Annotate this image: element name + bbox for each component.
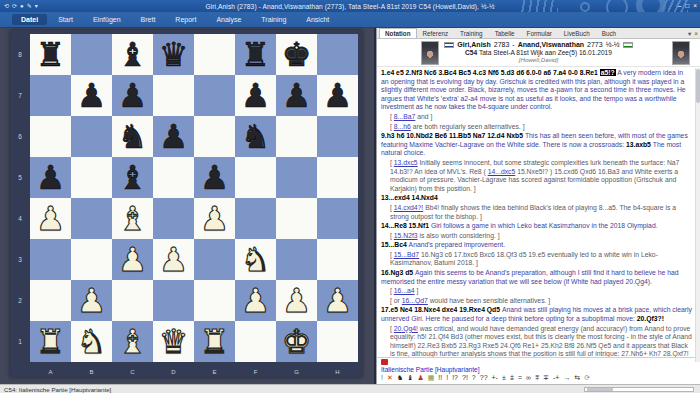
- mainline-moves[interactable]: 13...exd4 14.Nxd4: [381, 194, 438, 201]
- white-pawn-h2[interactable]: ♟: [317, 280, 358, 321]
- square-b4[interactable]: [71, 198, 112, 239]
- annotation-symbol-13[interactable]: ±: [502, 374, 506, 382]
- square-f2[interactable]: ♟: [235, 280, 276, 321]
- square-c4[interactable]: ♝: [112, 198, 153, 239]
- square-d7[interactable]: [153, 75, 194, 116]
- square-b3[interactable]: [71, 239, 112, 280]
- square-d8[interactable]: ♛: [153, 34, 194, 75]
- file-label-c: C: [112, 369, 153, 375]
- square-b5[interactable]: [71, 157, 112, 198]
- square-d3[interactable]: ♟: [153, 239, 194, 280]
- white-pawn-e4[interactable]: ♟: [194, 198, 235, 239]
- quick-access-icon-3[interactable]: ✎: [27, 1, 32, 11]
- square-a7[interactable]: [30, 75, 71, 116]
- white-queen-d1[interactable]: ♛: [153, 321, 194, 362]
- mainline-paragraph: 1.e4 e5 2.Nf3 Nc6 3.Bc4 Bc5 4.c3 Nf6 5.d…: [381, 69, 692, 112]
- minimize-button[interactable]: –: [678, 1, 682, 11]
- annotation-symbol-1[interactable]: ✕: [387, 374, 393, 382]
- square-d1[interactable]: ♛: [153, 321, 194, 362]
- white-pawn-g2[interactable]: ♟: [276, 280, 317, 321]
- square-c7[interactable]: ♟: [112, 75, 153, 116]
- square-e7[interactable]: [194, 75, 235, 116]
- square-f7[interactable]: ♟: [235, 75, 276, 116]
- annotation-symbol-11[interactable]: ??: [480, 374, 488, 382]
- tab-buch[interactable]: Buch: [596, 28, 622, 38]
- white-pawn-a4[interactable]: ♟: [30, 198, 71, 239]
- tab-formular[interactable]: Formular: [521, 28, 558, 38]
- square-h4[interactable]: [317, 198, 358, 239]
- variation-move-link[interactable]: 16...a4: [394, 287, 415, 294]
- variation-move-link[interactable]: 15.N2f3: [394, 232, 418, 239]
- variation-move-link[interactable]: 16...Qd7: [402, 297, 428, 304]
- file-label-e: E: [194, 369, 235, 375]
- square-b7[interactable]: ♟: [71, 75, 112, 116]
- white-pawn-f2[interactable]: ♟: [235, 280, 276, 321]
- black-knight-c6[interactable]: ♞: [112, 116, 153, 157]
- square-e2[interactable]: [194, 280, 235, 321]
- mainline-moves[interactable]: 14...Re8 15.Nf1: [381, 222, 431, 229]
- notation-tab-row: NotationReferenzTrainingTabelleFormularL…: [377, 28, 700, 39]
- players-separator: -: [512, 41, 514, 48]
- square-g7[interactable]: ♟: [276, 75, 317, 116]
- variation-move-link[interactable]: 14...dxc5: [488, 168, 516, 175]
- annotation-symbol-toolbar: !✕♞♝♟▦!!!!??!???+-±⩲=∞⩱∓-+→⇆⟳: [381, 374, 697, 382]
- rank-label-8: 8: [10, 34, 30, 75]
- horizontal-scrollbar-thumb[interactable]: [587, 388, 613, 391]
- menu-item-brett[interactable]: Brett: [132, 14, 165, 25]
- rank-label-4: 4: [10, 198, 30, 239]
- annotation-symbol-21[interactable]: ⇆: [574, 374, 580, 382]
- menu-item-training[interactable]: Training: [252, 14, 295, 25]
- black-rook-f8[interactable]: ♜: [235, 34, 276, 75]
- tab-livebuch[interactable]: LiveBuch: [558, 28, 596, 38]
- variation-move-link[interactable]: 8...h6: [394, 123, 411, 130]
- titlebar-artwork: [510, 0, 680, 12]
- quick-access-icon-1[interactable]: ⟳: [12, 1, 17, 11]
- eco-code: C54: [465, 49, 477, 56]
- file-label-d: D: [153, 369, 194, 375]
- quick-access-toolbar: ⟲⟳●✎▾: [4, 1, 38, 11]
- commentary-text: Anand's prepared improvement.: [409, 241, 506, 248]
- white-rook-e1[interactable]: ♜: [194, 321, 235, 362]
- annotation-symbol-5[interactable]: ▦: [428, 374, 435, 382]
- square-c5[interactable]: ♝: [112, 157, 153, 198]
- notation-footer: Italienische Partie [Hauptvariante] !✕♞♝…: [377, 357, 700, 384]
- square-f3[interactable]: ♞: [235, 239, 276, 280]
- square-f8[interactable]: ♜: [235, 34, 276, 75]
- annotation-symbol-6[interactable]: !!: [438, 374, 442, 382]
- square-a8[interactable]: ♜: [30, 34, 71, 75]
- scrollbar-thumb[interactable]: [696, 69, 700, 103]
- india-flag-icon: [623, 42, 633, 48]
- square-e3[interactable]: [194, 239, 235, 280]
- notation-pane: NotationReferenzTrainingTabelleFormularL…: [376, 28, 700, 384]
- white-king-g1[interactable]: ♚: [276, 321, 317, 362]
- black-pawn-g7[interactable]: ♟: [276, 75, 317, 116]
- window-controls: –□×: [678, 1, 697, 11]
- black-player-name: Anand,Viswanathan: [518, 41, 584, 48]
- white-bishop-c4[interactable]: ♝: [112, 198, 153, 239]
- square-f5[interactable]: [235, 157, 276, 198]
- variation-move-link[interactable]: 15...Bd7: [394, 251, 419, 258]
- black-pawn-h7[interactable]: ♟: [317, 75, 358, 116]
- title-bar: ⟲⟳●✎▾ Giri,Anish (2783) - Anand,Viswanat…: [0, 0, 700, 12]
- variation-line: [ 16...a4 ]: [381, 287, 692, 296]
- game-result: ½-½: [606, 41, 620, 48]
- mainline-paragraph: 13...exd4 14.Nxd4: [381, 194, 692, 203]
- square-b6[interactable]: [71, 116, 112, 157]
- status-bar: C54: Italienische Partie [Hauptvariante]: [0, 384, 700, 393]
- menu-item-start[interactable]: Start: [49, 14, 82, 25]
- square-e1[interactable]: ♜: [194, 321, 235, 362]
- application-window: ⟲⟳●✎▾ Giri,Anish (2783) - Anand,Viswanat…: [0, 0, 700, 393]
- mainline-moves[interactable]: 13.axb5: [626, 141, 653, 148]
- annotation-symbol-22[interactable]: ⟳: [584, 374, 590, 382]
- file-labels: ABCDEFGH: [30, 369, 358, 375]
- square-c8[interactable]: ♝: [112, 34, 153, 75]
- square-f4[interactable]: [235, 198, 276, 239]
- white-pawn-b2[interactable]: ♟: [71, 280, 112, 321]
- commentary-text: Again this seems to be Anand's preparati…: [381, 269, 679, 285]
- white-player-name: Giri,Anish: [457, 41, 490, 48]
- square-h6[interactable]: [317, 116, 358, 157]
- black-bishop-c5[interactable]: ♝: [112, 157, 153, 198]
- square-a2[interactable]: [30, 280, 71, 321]
- square-a1[interactable]: ♜: [30, 321, 71, 362]
- square-h5[interactable]: [317, 157, 358, 198]
- mainline-paragraph: 14...Re8 15.Nf1 Giri follows a game in w…: [381, 222, 692, 231]
- commentary-text: Giri follows a game in which Leko beat K…: [431, 222, 658, 229]
- white-rook-a1[interactable]: ♜: [30, 321, 71, 362]
- square-h1[interactable]: [317, 321, 358, 362]
- square-g2[interactable]: ♟: [276, 280, 317, 321]
- chess-board: 87654321 ♜♝♛♜♚♟♟♟♟♟♞♟♞♟♝♟♟♝♟♟♟♞♟♟♟♟♜♞♝♛♜…: [10, 30, 362, 377]
- variation-text: is also worth considering. ]: [418, 232, 500, 239]
- variation-text: [ or: [390, 297, 402, 304]
- file-label-f: F: [235, 369, 276, 375]
- maximize-button[interactable]: □: [685, 1, 689, 11]
- square-a3[interactable]: [30, 239, 71, 280]
- square-c2[interactable]: [112, 280, 153, 321]
- quick-access-icon-0[interactable]: ⟲: [4, 1, 9, 11]
- variation-line: [ 8...Ba7 and ]: [381, 113, 692, 122]
- square-g3[interactable]: [276, 239, 317, 280]
- main-area: 87654321 ♜♝♛♜♚♟♟♟♟♟♞♟♞♟♝♟♟♝♟♟♟♞♟♟♟♟♜♞♝♛♜…: [0, 28, 700, 384]
- square-a5[interactable]: ♟: [30, 157, 71, 198]
- opening-book-icon: [381, 359, 388, 365]
- file-label-a: A: [30, 369, 71, 375]
- square-d4[interactable]: [153, 198, 194, 239]
- pane-controls: ▾×: [688, 29, 698, 38]
- square-h2[interactable]: ♟: [317, 280, 358, 321]
- mainline-moves[interactable]: 9.h3 h6 10.Nbd2 Be6 11.Bb5 Na7 12.d4 Nxb…: [381, 132, 525, 139]
- rank-labels: 87654321: [10, 34, 30, 362]
- menu-item-report[interactable]: Report: [166, 14, 205, 25]
- square-b1[interactable]: ♞: [71, 321, 112, 362]
- menu-item-analyse[interactable]: Analyse: [207, 14, 250, 25]
- annotation-symbol-12[interactable]: +-: [492, 374, 498, 382]
- board-pane: 87654321 ♜♝♛♜♚♟♟♟♟♟♞♟♞♟♝♟♟♝♟♟♟♞♟♟♟♟♜♞♝♛♜…: [0, 28, 374, 384]
- annotation-symbol-8[interactable]: !?: [452, 374, 458, 382]
- square-h7[interactable]: ♟: [317, 75, 358, 116]
- annotation-symbol-3[interactable]: ♝: [407, 374, 413, 382]
- tab-tabelle[interactable]: Tabelle: [489, 28, 521, 38]
- variation-text: was critical, and would have demanded gr…: [390, 325, 692, 357]
- white-knight-b1[interactable]: ♞: [71, 321, 112, 362]
- rank-label-6: 6: [10, 116, 30, 157]
- file-label-g: G: [276, 369, 317, 375]
- white-pawn-d3[interactable]: ♟: [153, 239, 194, 280]
- mainline-moves[interactable]: 17.e5 Ne4 18.Nxe4 dxe4 19.Rxe4 Qd5: [381, 306, 502, 313]
- annotation-symbol-19[interactable]: -+: [553, 374, 559, 382]
- square-e5[interactable]: ♟: [194, 157, 235, 198]
- variation-line: [ 15...Bd7 16.Ng3 c6 17.bxc6 Bxc6 18.Qf3…: [381, 251, 692, 268]
- square-d6[interactable]: ♟: [153, 116, 194, 157]
- mainline-moves[interactable]: 1.e4 e5 2.Nf3 Nc6 3.Bc4 Bc5 4.c3 Nf6 5.d…: [381, 69, 600, 76]
- variation-text: 16.Ng3 c6 17.bxc6 Bxc6 18.Qf3 d5 19.e5 e…: [390, 251, 658, 267]
- menu-item-datei[interactable]: Datei: [12, 14, 47, 25]
- mainline-moves[interactable]: 20.Qf3?!: [637, 315, 664, 322]
- current-move[interactable]: a5!?: [600, 69, 616, 76]
- annotation-symbol-20[interactable]: →: [563, 374, 570, 382]
- black-rook-a8[interactable]: ♜: [30, 34, 71, 75]
- black-queen-d8[interactable]: ♛: [153, 34, 194, 75]
- black-pawn-e5[interactable]: ♟: [194, 157, 235, 198]
- annotation-symbol-10[interactable]: ?: [472, 374, 476, 382]
- square-b8[interactable]: [71, 34, 112, 75]
- black-pawn-c7[interactable]: ♟: [112, 75, 153, 116]
- game-header: Giri,Anish 2783 - Anand,Viswanathan 2773…: [377, 39, 700, 67]
- netherlands-flag-icon: [444, 42, 454, 48]
- variation-line: [ 20.Qg4! was critical, and would have d…: [381, 325, 692, 357]
- annotation-symbol-2[interactable]: ♞: [397, 374, 403, 382]
- menu-item-einfügen[interactable]: Einfügen: [84, 14, 130, 25]
- tab-referenz[interactable]: Referenz: [417, 28, 455, 38]
- variation-line: [ or 16...Qd7 would have been sensible a…: [381, 297, 692, 306]
- variation-text: and ]: [415, 113, 432, 120]
- board-grid: ♜♝♛♜♚♟♟♟♟♟♞♟♞♟♝♟♟♝♟♟♟♞♟♟♟♟♜♞♝♛♜♚: [30, 34, 358, 362]
- variation-line: [ 13.dxc5 Initially seems innocent, but …: [381, 159, 692, 193]
- variation-line: [ 15.N2f3 is also worth considering. ]: [381, 232, 692, 241]
- white-bishop-c1[interactable]: ♝: [112, 321, 153, 362]
- rank-label-1: 1: [10, 321, 30, 362]
- tab-training[interactable]: Training: [454, 28, 489, 38]
- mainline-paragraph: 17.e5 Ne4 18.Nxe4 dxe4 19.Rxe4 Qd5 Anand…: [381, 306, 692, 323]
- square-d5[interactable]: [153, 157, 194, 198]
- annotation-symbol-4[interactable]: ♟: [417, 374, 423, 382]
- notation-body: 1.e4 e5 2.Nf3 Nc6 3.Bc4 Bc5 4.c3 Nf6 5.d…: [377, 67, 700, 357]
- black-pawn-b7[interactable]: ♟: [71, 75, 112, 116]
- variation-text: would have been sensible alternatives. ]: [428, 297, 550, 304]
- white-knight-f3[interactable]: ♞: [235, 239, 276, 280]
- black-elo: 2773: [587, 41, 603, 48]
- mainline-paragraph: 15...Bc4 Anand's prepared improvement.: [381, 241, 692, 250]
- square-c3[interactable]: ♟: [112, 239, 153, 280]
- white-pawn-c3[interactable]: ♟: [112, 239, 153, 280]
- annotation-symbol-17[interactable]: ⩱: [535, 374, 539, 382]
- square-f1[interactable]: [235, 321, 276, 362]
- square-g6[interactable]: [276, 116, 317, 157]
- close-button[interactable]: ×: [693, 1, 697, 11]
- notation-vertical-scrollbar[interactable]: [695, 68, 700, 362]
- file-label-h: H: [317, 369, 358, 375]
- variation-line: [ 14.cxd4?! Bb4! finally shows the idea …: [381, 204, 692, 221]
- horizontal-scrollbar[interactable]: [584, 387, 694, 392]
- annotation-symbol-0[interactable]: !: [381, 374, 383, 382]
- variation-move-link[interactable]: 20.Qg4!: [394, 325, 418, 332]
- variation-text: Bb4! finally shows the idea behind Black…: [390, 204, 676, 220]
- pane-dropdown-icon[interactable]: ▾: [688, 29, 691, 38]
- menu-item-ansicht[interactable]: Ansicht: [297, 14, 338, 25]
- annotation-symbol-9[interactable]: ?!: [462, 374, 468, 382]
- annotation-symbol-7[interactable]: !: [446, 374, 448, 382]
- variation-move-link[interactable]: 14.cxd4?!: [394, 204, 423, 211]
- black-player-photo: [672, 41, 690, 65]
- rank-label-7: 7: [10, 75, 30, 116]
- square-h3[interactable]: [317, 239, 358, 280]
- square-h8[interactable]: [317, 34, 358, 75]
- white-elo: 2783: [494, 41, 510, 48]
- square-c6[interactable]: ♞: [112, 116, 153, 157]
- annotation-symbol-16[interactable]: ∞: [526, 374, 531, 382]
- rank-label-5: 5: [10, 157, 30, 198]
- event-name: Tata Steel-A 81st Wijk aan Zee(5): [479, 49, 577, 56]
- black-knight-f6[interactable]: ♞: [235, 116, 276, 157]
- square-a4[interactable]: ♟: [30, 198, 71, 239]
- status-text: C54: Italienische Partie [Hauptvariante]: [4, 386, 111, 393]
- rank-label-3: 3: [10, 239, 30, 280]
- black-king-g8[interactable]: ♚: [276, 34, 317, 75]
- mainline-paragraph: 9.h3 h6 10.Nbd2 Be6 11.Bb5 Na7 12.d4 Nxb…: [381, 132, 692, 158]
- quick-access-icon-2[interactable]: ●: [20, 1, 24, 11]
- quick-access-icon-4[interactable]: ▾: [35, 1, 38, 11]
- event-date: 16.01.2019: [579, 49, 612, 56]
- mainline-moves[interactable]: 15...Bc4: [381, 241, 409, 248]
- square-g1[interactable]: ♚: [276, 321, 317, 362]
- square-g5[interactable]: [276, 157, 317, 198]
- square-f6[interactable]: ♞: [235, 116, 276, 157]
- opening-classification-link[interactable]: Italienische Partie [Hauptvariante]: [381, 366, 697, 373]
- square-g4[interactable]: [276, 198, 317, 239]
- variation-text: ]: [415, 287, 419, 294]
- square-c1[interactable]: ♝: [112, 321, 153, 362]
- file-label-b: B: [71, 369, 112, 375]
- square-g8[interactable]: ♚: [276, 34, 317, 75]
- rank-label-2: 2: [10, 280, 30, 321]
- mainline-paragraph: 16.Ng3 d5 Again this seems to be Anand's…: [381, 269, 692, 286]
- variation-move-link[interactable]: 13.dxc5: [394, 159, 418, 166]
- square-a6[interactable]: [30, 116, 71, 157]
- variation-line: [ 8...h6 are both regularly seen alterna…: [381, 123, 692, 132]
- variation-text: are both regularly seen alternatives. ]: [411, 123, 525, 130]
- variation-move-link[interactable]: 8...Ba7: [394, 113, 416, 120]
- pane-close-icon[interactable]: ×: [694, 29, 698, 38]
- ribbon-menu: DateiStartEinfügenBrettReportAnalyseTrai…: [0, 12, 700, 28]
- annotation-symbol-18[interactable]: ∓: [543, 374, 549, 382]
- square-e6[interactable]: [194, 116, 235, 157]
- white-player-photo: [421, 41, 439, 65]
- annotation-symbol-15[interactable]: =: [518, 374, 522, 382]
- square-e4[interactable]: ♟: [194, 198, 235, 239]
- mainline-moves[interactable]: 16.Ng3 d5: [381, 269, 415, 276]
- black-pawn-d6[interactable]: ♟: [153, 116, 194, 157]
- annotation-symbol-14[interactable]: ⩲: [510, 374, 514, 382]
- black-bishop-c8[interactable]: ♝: [112, 34, 153, 75]
- square-d2[interactable]: [153, 280, 194, 321]
- black-pawn-a5[interactable]: ♟: [30, 157, 71, 198]
- black-pawn-f7[interactable]: ♟: [235, 75, 276, 116]
- square-e8[interactable]: [194, 34, 235, 75]
- square-b2[interactable]: ♟: [71, 280, 112, 321]
- tab-notation[interactable]: Notation: [379, 28, 417, 38]
